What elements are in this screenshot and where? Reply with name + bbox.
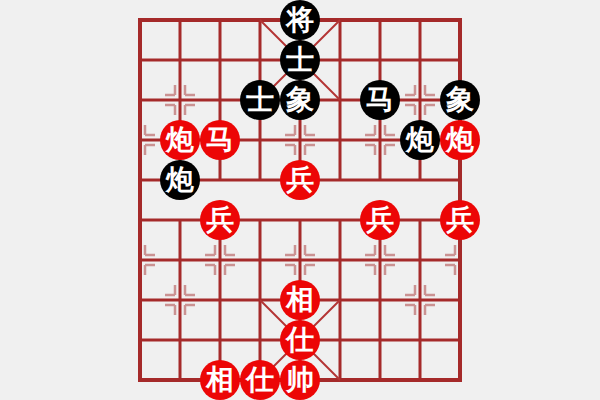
piece-black-cannon-2[interactable]: 炮: [160, 160, 200, 200]
piece-black-elephant-2[interactable]: 象: [440, 80, 480, 120]
piece-red-horse[interactable]: 马: [200, 120, 240, 160]
piece-red-pawn-4[interactable]: 兵: [440, 200, 480, 240]
piece-red-advisor-1[interactable]: 仕: [280, 320, 320, 360]
piece-red-pawn-3[interactable]: 兵: [360, 200, 400, 240]
piece-red-general[interactable]: 帅: [280, 360, 320, 400]
piece-black-advisor-2[interactable]: 士: [240, 80, 280, 120]
piece-black-advisor-1[interactable]: 士: [280, 40, 320, 80]
piece-red-elephant-2[interactable]: 相: [200, 360, 240, 400]
pieces-layer: 将士士象马象炮马炮炮炮兵兵兵兵相仕相仕帅: [0, 0, 600, 400]
piece-black-cannon-1[interactable]: 炮: [400, 120, 440, 160]
xiangqi-board: 将士士象马象炮马炮炮炮兵兵兵兵相仕相仕帅: [0, 0, 600, 400]
piece-black-horse[interactable]: 马: [360, 80, 400, 120]
piece-red-cannon-1[interactable]: 炮: [160, 120, 200, 160]
piece-black-general[interactable]: 将: [280, 0, 320, 40]
piece-red-elephant-1[interactable]: 相: [280, 280, 320, 320]
piece-red-pawn-1[interactable]: 兵: [280, 160, 320, 200]
piece-red-advisor-2[interactable]: 仕: [240, 360, 280, 400]
piece-red-cannon-2[interactable]: 炮: [440, 120, 480, 160]
piece-red-pawn-2[interactable]: 兵: [200, 200, 240, 240]
piece-black-elephant-1[interactable]: 象: [280, 80, 320, 120]
